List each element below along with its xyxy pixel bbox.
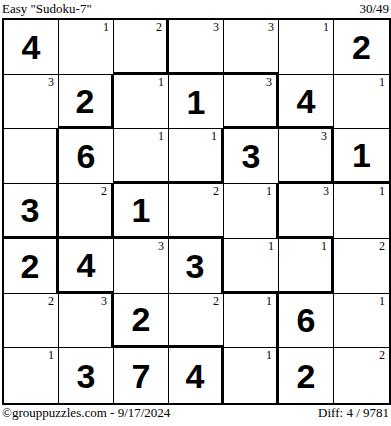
cell-r4c5[interactable]: 1 <box>224 184 279 239</box>
corner-hint-number: 1 <box>158 130 164 143</box>
cell-r2c5[interactable]: 3 <box>224 75 279 130</box>
given-digit: 4 <box>4 20 58 74</box>
corner-hint-number: 2 <box>156 21 162 34</box>
cell-r6c3[interactable]: 2 <box>114 294 169 349</box>
progress-counter: 30/49 <box>359 1 389 16</box>
corner-hint-number: 2 <box>379 240 385 253</box>
cell-r5c7[interactable]: 2 <box>334 239 389 294</box>
given-digit: 6 <box>279 294 333 348</box>
cell-r3c6[interactable]: 3 <box>279 129 334 184</box>
cell-r5c2[interactable]: 4 <box>59 239 114 294</box>
cell-r6c2[interactable]: 3 <box>59 294 114 349</box>
puzzle-page: Easy "Sudoku-7" 30/49 412331232113416113… <box>0 0 391 426</box>
corner-hint-number: 1 <box>158 76 164 89</box>
cell-r4c7[interactable]: 1 <box>334 184 389 239</box>
given-digit: 7 <box>114 348 168 403</box>
corner-hint-number: 1 <box>323 21 329 34</box>
corner-hint-number: 2 <box>213 185 219 198</box>
corner-hint-number: 1 <box>211 130 217 143</box>
given-digit: 3 <box>59 348 113 403</box>
given-digit: 2 <box>59 75 111 127</box>
given-digit: 2 <box>114 294 168 346</box>
corner-hint-number: 2 <box>48 295 54 308</box>
corner-hint-number: 1 <box>48 349 54 362</box>
corner-hint-number: 3 <box>323 185 329 198</box>
cell-r1c3[interactable]: 2 <box>114 20 169 75</box>
cell-r1c4[interactable]: 3 <box>169 20 224 75</box>
corner-hint-number: 1 <box>268 240 274 253</box>
given-digit: 2 <box>279 348 333 403</box>
corner-hint-number: 2 <box>213 295 219 308</box>
corner-hint-number: 1 <box>379 185 385 198</box>
corner-hint-number: 3 <box>158 240 164 253</box>
cell-r4c6[interactable]: 3 <box>279 184 334 239</box>
cell-r1c2[interactable]: 1 <box>59 20 114 75</box>
cell-r5c6[interactable]: 1 <box>279 239 334 294</box>
cell-r1c7[interactable]: 2 <box>334 20 389 75</box>
corner-hint-number: 1 <box>266 185 272 198</box>
cell-r2c6[interactable]: 4 <box>279 75 334 130</box>
given-digit: 3 <box>4 184 56 236</box>
cell-r3c7[interactable]: 1 <box>334 129 389 184</box>
given-digit: 3 <box>169 239 221 293</box>
cell-r3c5[interactable]: 3 <box>224 129 279 184</box>
given-digit: 3 <box>224 129 278 183</box>
cell-r7c3[interactable]: 7 <box>114 348 169 403</box>
sudoku-board: 4123312321134161133132121312433112232216… <box>2 18 391 405</box>
corner-hint-number: 3 <box>268 21 274 34</box>
corner-hint-number: 2 <box>101 185 107 198</box>
cell-r3c4[interactable]: 1 <box>169 129 224 184</box>
given-digit: 4 <box>59 239 113 291</box>
cell-r4c3[interactable]: 1 <box>114 184 169 239</box>
cell-r5c4[interactable]: 3 <box>169 239 224 294</box>
given-digit: 6 <box>59 129 113 183</box>
cell-r7c2[interactable]: 3 <box>59 348 114 403</box>
corner-hint-number: 1 <box>266 295 272 308</box>
cell-r2c3[interactable]: 1 <box>114 75 169 130</box>
cell-r1c5[interactable]: 3 <box>224 20 279 75</box>
cell-r1c1[interactable]: 4 <box>4 20 59 75</box>
header: Easy "Sudoku-7" 30/49 <box>2 1 389 16</box>
given-digit: 1 <box>169 75 223 129</box>
cell-r4c2[interactable]: 2 <box>59 184 114 239</box>
cell-r7c5[interactable]: 1 <box>224 348 279 403</box>
cell-r6c5[interactable]: 1 <box>224 294 279 349</box>
footer: ©grouppuzzles.com - 9/17/2024 Diff: 4 / … <box>2 405 389 423</box>
corner-hint-number: 1 <box>266 349 272 362</box>
cell-r7c7[interactable]: 2 <box>334 348 389 403</box>
puzzle-title: Easy "Sudoku-7" <box>2 1 92 16</box>
cell-r4c1[interactable]: 3 <box>4 184 59 239</box>
given-digit: 1 <box>334 129 389 181</box>
corner-hint-number: 3 <box>213 21 219 34</box>
corner-hint-number: 1 <box>379 295 385 308</box>
cell-r1c6[interactable]: 1 <box>279 20 334 75</box>
cell-r7c6[interactable]: 2 <box>279 348 334 403</box>
cell-r5c5[interactable]: 1 <box>224 239 279 294</box>
corner-hint-number: 3 <box>321 130 327 143</box>
given-digit: 1 <box>114 184 168 236</box>
given-digit: 4 <box>279 75 333 127</box>
given-digit: 2 <box>334 20 389 74</box>
corner-hint-number: 3 <box>101 295 107 308</box>
copyright-text: ©grouppuzzles.com - 9/17/2024 <box>2 405 170 421</box>
corner-hint-number: 3 <box>48 76 54 89</box>
cell-r5c3[interactable]: 3 <box>114 239 169 294</box>
corner-hint-number: 3 <box>266 76 272 89</box>
cell-r6c1[interactable]: 2 <box>4 294 59 349</box>
corner-hint-number: 1 <box>103 21 109 34</box>
cell-r3c1[interactable] <box>4 129 59 184</box>
given-digit: 2 <box>4 239 56 293</box>
cell-r2c4[interactable]: 1 <box>169 75 224 130</box>
cell-r6c4[interactable]: 2 <box>169 294 224 349</box>
cell-r3c3[interactable]: 1 <box>114 129 169 184</box>
given-digit: 4 <box>169 348 221 403</box>
cell-r2c1[interactable]: 3 <box>4 75 59 130</box>
corner-hint-number: 1 <box>321 240 327 253</box>
cell-r2c7[interactable]: 1 <box>334 75 389 130</box>
cell-r2c2[interactable]: 2 <box>59 75 114 130</box>
cell-r4c4[interactable]: 2 <box>169 184 224 239</box>
corner-hint-number: 1 <box>379 76 385 89</box>
cell-r7c4[interactable]: 4 <box>169 348 224 403</box>
cell-r5c1[interactable]: 2 <box>4 239 59 294</box>
cell-r6c7[interactable]: 1 <box>334 294 389 349</box>
corner-hint-number: 2 <box>379 349 385 362</box>
cell-r6c6[interactable]: 6 <box>279 294 334 349</box>
cell-r7c1[interactable]: 1 <box>4 348 59 403</box>
cell-r3c2[interactable]: 6 <box>59 129 114 184</box>
difficulty-text: Diff: 4 / 9781 <box>318 405 389 421</box>
